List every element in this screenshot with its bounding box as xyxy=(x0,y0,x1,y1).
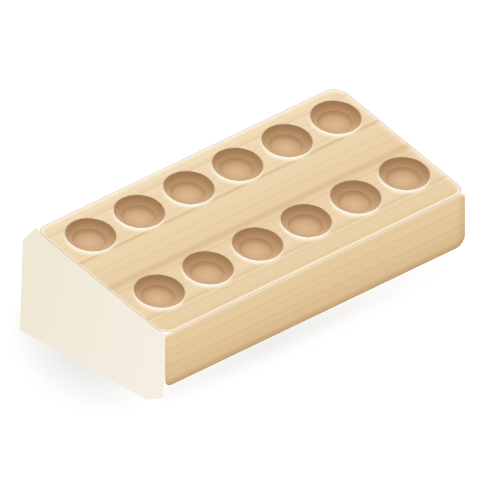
pit-b1[interactable] xyxy=(123,268,195,314)
pit-a1[interactable] xyxy=(54,212,126,258)
pit-b5[interactable] xyxy=(319,174,391,220)
pit-bottom-surface xyxy=(183,257,232,288)
pit-bottom-surface xyxy=(330,186,379,217)
pit-a5[interactable] xyxy=(251,118,323,164)
pit-b4[interactable] xyxy=(270,197,342,243)
pit-bottom-surface xyxy=(261,130,310,161)
pit-bottom-surface xyxy=(134,280,183,311)
pit-a2[interactable] xyxy=(103,188,175,234)
pit-bottom-surface xyxy=(311,106,360,137)
pit-bottom-surface xyxy=(114,201,163,232)
pit-bottom-surface xyxy=(65,224,114,255)
photo-canvas xyxy=(0,0,500,500)
pit-b6[interactable] xyxy=(368,150,440,196)
pit-bottom-surface xyxy=(232,233,281,264)
pit-bottom-surface xyxy=(163,177,212,208)
pit-bottom-surface xyxy=(212,153,261,184)
pit-a6[interactable] xyxy=(300,94,372,140)
pit-bottom-surface xyxy=(281,210,330,241)
pit-b3[interactable] xyxy=(221,221,293,267)
pit-a3[interactable] xyxy=(152,165,224,211)
pit-b2[interactable] xyxy=(172,245,244,291)
pit-bottom-surface xyxy=(379,163,428,194)
pit-a4[interactable] xyxy=(201,141,273,187)
